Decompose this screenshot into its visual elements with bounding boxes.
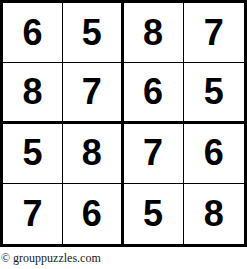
cell-r2c4: 5	[184, 63, 244, 123]
cell-r1c2: 5	[63, 3, 123, 63]
cell-r1c4: 7	[184, 3, 244, 63]
cell-r4c3: 5	[124, 184, 184, 244]
cell-r4c4: 8	[184, 184, 244, 244]
cell-r3c1: 5	[3, 124, 63, 184]
cell-r1c3: 8	[124, 3, 184, 63]
cell-r2c1: 8	[3, 63, 63, 123]
cell-r2c3: 6	[124, 63, 184, 123]
cell-r4c2: 6	[63, 184, 123, 244]
cell-r2c2: 7	[63, 63, 123, 123]
cell-r3c3: 7	[124, 124, 184, 184]
sudoku-page: 6 5 8 7 8 7 6 5 5 8 7 6 7 6 5 8 © groupp…	[0, 0, 247, 269]
credit-line: © grouppuzzles.com	[0, 247, 247, 269]
sudoku-board: 6 5 8 7 8 7 6 5 5 8 7 6 7 6 5 8	[0, 0, 247, 247]
cell-r1c1: 6	[3, 3, 63, 63]
credit-text: © grouppuzzles.com	[1, 251, 101, 266]
cell-r3c2: 8	[63, 124, 123, 184]
cell-r4c1: 7	[3, 184, 63, 244]
cell-r3c4: 6	[184, 124, 244, 184]
